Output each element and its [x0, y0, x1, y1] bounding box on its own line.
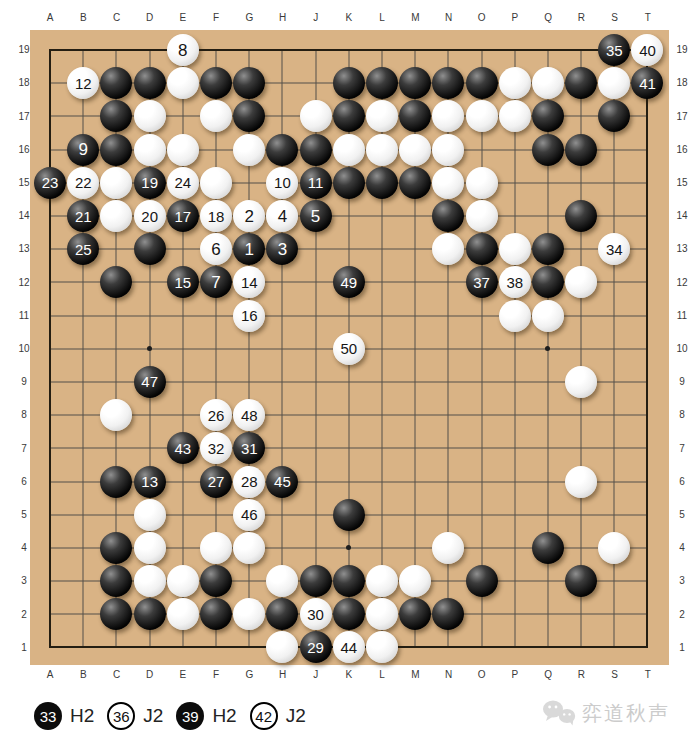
board-intersection-C10: [100, 332, 133, 365]
board-intersection-D8: [133, 399, 166, 432]
black-stone-B13: 25: [67, 233, 99, 265]
board-intersection-K15: [332, 166, 365, 199]
black-stone-K3: [333, 565, 365, 597]
board-intersection-L12: [365, 266, 398, 299]
move-number: 5: [311, 208, 320, 225]
coord-label-left-10: 10: [12, 344, 36, 354]
board-intersection-C18: [100, 67, 133, 100]
move-number: 8: [178, 42, 187, 59]
board-intersection-O12: 37: [465, 266, 498, 299]
board-intersection-B3: [67, 565, 100, 598]
move-number: 2: [244, 208, 253, 225]
move-number: 17: [175, 209, 192, 224]
board-intersection-S13: 34: [598, 233, 631, 266]
move-number: 50: [340, 341, 357, 356]
board-intersection-D2: [133, 598, 166, 631]
coord-label-bottom-L: L: [372, 670, 392, 680]
board-intersection-J6: [299, 465, 332, 498]
black-stone-F18: [200, 67, 232, 99]
coord-label-top-T: T: [638, 13, 658, 23]
board-intersection-L5: [365, 498, 398, 531]
coord-label-right-6: 6: [670, 477, 694, 487]
move-number: 16: [241, 308, 258, 323]
board-intersection-G11: 16: [233, 299, 266, 332]
black-stone-T18: 41: [631, 67, 663, 99]
coord-label-top-G: G: [239, 13, 259, 23]
white-stone-F15: [200, 167, 232, 199]
coord-label-top-H: H: [273, 13, 293, 23]
board-intersection-L18: [365, 67, 398, 100]
coord-label-bottom-P: P: [505, 670, 525, 680]
caption-white-stone-42: 42: [250, 702, 278, 730]
black-stone-G17: [233, 100, 265, 132]
board-intersection-A8: [34, 399, 67, 432]
coord-label-right-1: 1: [670, 643, 694, 653]
board-intersection-Q7: [531, 432, 564, 465]
coord-label-top-K: K: [339, 13, 359, 23]
black-stone-G13: 1: [233, 233, 265, 265]
board-intersection-G19: [233, 34, 266, 67]
white-stone-S18: [598, 67, 630, 99]
white-stone-E18: [167, 67, 199, 99]
coord-label-bottom-F: F: [206, 670, 226, 680]
black-stone-D6: 13: [134, 466, 166, 498]
board-intersection-F16: [199, 133, 232, 166]
board-intersection-J15: 11: [299, 166, 332, 199]
board-intersection-L10: [365, 332, 398, 365]
board-intersection-H6: 45: [266, 465, 299, 498]
board-intersection-B6: [67, 465, 100, 498]
star-point-Q10: [545, 346, 550, 351]
board-intersection-P14: [498, 199, 531, 232]
board-intersection-D13: [133, 233, 166, 266]
black-stone-R16: [565, 134, 597, 166]
white-stone-F17: [200, 100, 232, 132]
board-intersection-H10: [266, 332, 299, 365]
board-intersection-E5: [166, 498, 199, 531]
board-intersection-F5: [199, 498, 232, 531]
board-intersection-P5: [498, 498, 531, 531]
black-stone-K12: 49: [333, 266, 365, 298]
board-intersection-E7: 43: [166, 432, 199, 465]
board-intersection-N13: [432, 233, 465, 266]
board-intersection-A18: [34, 67, 67, 100]
coord-label-bottom-K: K: [339, 670, 359, 680]
board-intersection-L1: [365, 631, 398, 664]
white-stone-G6: 28: [233, 466, 265, 498]
white-stone-P17: [499, 100, 531, 132]
board-intersection-J13: [299, 233, 332, 266]
board-intersection-R7: [565, 432, 598, 465]
board-intersection-E12: 15: [166, 266, 199, 299]
board-intersection-T6: [631, 465, 664, 498]
board-intersection-S6: [598, 465, 631, 498]
move-number: 47: [141, 374, 158, 389]
white-stone-D17: [134, 100, 166, 132]
board-intersection-R19: [565, 34, 598, 67]
black-stone-D15: 19: [134, 167, 166, 199]
board-intersection-M2: [399, 598, 432, 631]
board-intersection-G10: [233, 332, 266, 365]
board-intersection-N5: [432, 498, 465, 531]
board-intersection-M11: [399, 299, 432, 332]
white-stone-H14: 4: [266, 200, 298, 232]
go-board: 8354012419232219241011212017182452561334…: [30, 30, 669, 665]
board-intersection-S12: [598, 266, 631, 299]
board-intersection-G15: [233, 166, 266, 199]
white-stone-N17: [432, 100, 464, 132]
coord-label-left-14: 14: [12, 211, 36, 221]
coord-label-top-Q: Q: [538, 13, 558, 23]
black-stone-K15: [333, 167, 365, 199]
board-intersection-G18: [233, 67, 266, 100]
black-stone-Q17: [532, 100, 564, 132]
board-intersection-R1: [565, 631, 598, 664]
board-intersection-D16: [133, 133, 166, 166]
board-intersection-D19: [133, 34, 166, 67]
board-intersection-G14: 2: [233, 199, 266, 232]
coord-label-right-5: 5: [670, 510, 694, 520]
board-intersection-J14: 5: [299, 199, 332, 232]
coord-label-top-E: E: [173, 13, 193, 23]
board-intersection-C5: [100, 498, 133, 531]
board-intersection-Q17: [531, 100, 564, 133]
coord-label-left-17: 17: [12, 112, 36, 122]
board-intersection-G2: [233, 598, 266, 631]
board-intersection-Q15: [531, 166, 564, 199]
board-intersection-A13: [34, 233, 67, 266]
board-intersection-R9: [565, 365, 598, 398]
board-intersection-O7: [465, 432, 498, 465]
board-intersection-O14: [465, 199, 498, 232]
move-number: 15: [175, 275, 192, 290]
board-intersection-C8: [100, 399, 133, 432]
black-stone-K2: [333, 598, 365, 630]
board-intersection-F15: [199, 166, 232, 199]
board-intersection-C15: [100, 166, 133, 199]
board-intersection-J3: [299, 565, 332, 598]
board-intersection-A9: [34, 365, 67, 398]
board-intersection-R18: [565, 67, 598, 100]
white-stone-G4: [233, 532, 265, 564]
board-intersection-O16: [465, 133, 498, 166]
board-intersection-C6: [100, 465, 133, 498]
coord-label-bottom-B: B: [73, 670, 93, 680]
coord-label-bottom-R: R: [571, 670, 591, 680]
white-stone-K16: [333, 134, 365, 166]
coord-label-right-16: 16: [670, 145, 694, 155]
board-intersection-C14: [100, 199, 133, 232]
white-stone-F13: 6: [200, 233, 232, 265]
board-intersection-D11: [133, 299, 166, 332]
board-intersection-S17: [598, 100, 631, 133]
board-intersection-T9: [631, 365, 664, 398]
board-intersection-B9: [67, 365, 100, 398]
board-intersection-N8: [432, 399, 465, 432]
board-intersection-H9: [266, 365, 299, 398]
board-intersection-A16: [34, 133, 67, 166]
black-stone-J16: [300, 134, 332, 166]
black-stone-E14: 17: [167, 200, 199, 232]
board-intersection-F7: 32: [199, 432, 232, 465]
black-stone-F6: 27: [200, 466, 232, 498]
black-stone-B16: 9: [67, 134, 99, 166]
board-intersection-M6: [399, 465, 432, 498]
board-intersection-O5: [465, 498, 498, 531]
board-intersection-B2: [67, 598, 100, 631]
board-intersection-O17: [465, 100, 498, 133]
white-stone-L1: [366, 631, 398, 663]
board-intersection-K9: [332, 365, 365, 398]
board-intersection-E13: [166, 233, 199, 266]
board-intersection-M9: [399, 365, 432, 398]
board-intersection-Q13: [531, 233, 564, 266]
black-stone-C2: [100, 598, 132, 630]
board-intersection-H4: [266, 531, 299, 564]
board-intersection-E11: [166, 299, 199, 332]
board-intersection-M17: [399, 100, 432, 133]
board-intersection-P16: [498, 133, 531, 166]
board-intersection-L8: [365, 399, 398, 432]
board-intersection-L15: [365, 166, 398, 199]
board-intersection-N14: [432, 199, 465, 232]
board-intersection-R10: [565, 332, 598, 365]
board-intersection-S8: [598, 399, 631, 432]
board-intersection-P10: [498, 332, 531, 365]
coord-label-right-10: 10: [670, 344, 694, 354]
move-number: 19: [141, 175, 158, 190]
board-intersection-C11: [100, 299, 133, 332]
wechat-chat-bubbles-icon: [541, 698, 577, 728]
board-intersection-T19: 40: [631, 34, 664, 67]
board-intersection-A10: [34, 332, 67, 365]
board-intersection-Q1: [531, 631, 564, 664]
move-number: 18: [208, 209, 225, 224]
board-intersection-H12: [266, 266, 299, 299]
board-intersection-M1: [399, 631, 432, 664]
board-intersection-J10: [299, 332, 332, 365]
black-stone-H16: [266, 134, 298, 166]
black-stone-C17: [100, 100, 132, 132]
board-intersection-T8: [631, 399, 664, 432]
white-stone-R12: [565, 266, 597, 298]
board-intersection-A3: [34, 565, 67, 598]
board-intersection-H17: [266, 100, 299, 133]
board-intersection-M12: [399, 266, 432, 299]
board-intersection-K18: [332, 67, 365, 100]
move-number: 45: [274, 474, 291, 489]
board-intersection-R4: [565, 531, 598, 564]
board-intersection-K19: [332, 34, 365, 67]
board-intersection-K1: 44: [332, 631, 365, 664]
board-intersection-T14: [631, 199, 664, 232]
board-intersection-A7: [34, 432, 67, 465]
board-intersection-G12: 14: [233, 266, 266, 299]
board-intersection-T16: [631, 133, 664, 166]
board-intersection-H3: [266, 565, 299, 598]
board-intersection-M13: [399, 233, 432, 266]
board-intersection-E14: 17: [166, 199, 199, 232]
coord-label-bottom-G: G: [239, 670, 259, 680]
board-intersection-K13: [332, 233, 365, 266]
board-intersection-O10: [465, 332, 498, 365]
board-intersection-L4: [365, 531, 398, 564]
white-stone-S13: 34: [598, 233, 630, 265]
star-point-K4: [346, 545, 351, 550]
black-stone-H6: 45: [266, 466, 298, 498]
white-stone-E16: [167, 134, 199, 166]
board-intersection-P9: [498, 365, 531, 398]
board-intersection-T7: [631, 432, 664, 465]
board-intersection-C4: [100, 531, 133, 564]
black-stone-M15: [399, 167, 431, 199]
board-intersection-P17: [498, 100, 531, 133]
white-stone-M16: [399, 134, 431, 166]
move-number: 28: [241, 474, 258, 489]
coord-label-bottom-C: C: [107, 670, 127, 680]
board-intersection-L14: [365, 199, 398, 232]
board-intersection-F14: 18: [199, 199, 232, 232]
board-intersection-G9: [233, 365, 266, 398]
board-intersection-A1: [34, 631, 67, 664]
move-number: 20: [141, 209, 158, 224]
coord-label-left-16: 16: [12, 145, 36, 155]
white-stone-G16: [233, 134, 265, 166]
white-stone-E2: [167, 598, 199, 630]
board-intersection-S9: [598, 365, 631, 398]
board-intersection-T17: [631, 100, 664, 133]
white-stone-G14: 2: [233, 200, 265, 232]
watermark-text: 弈道秋声: [582, 700, 670, 727]
caption-black-stone-33: 33: [34, 702, 62, 730]
board-intersection-B14: 21: [67, 199, 100, 232]
board-intersection-R8: [565, 399, 598, 432]
white-stone-C15: [100, 167, 132, 199]
board-intersection-B17: [67, 100, 100, 133]
board-intersection-T13: [631, 233, 664, 266]
white-stone-L16: [366, 134, 398, 166]
white-stone-F14: 18: [200, 200, 232, 232]
board-intersection-B13: 25: [67, 233, 100, 266]
board-intersection-M19: [399, 34, 432, 67]
coord-label-right-18: 18: [670, 78, 694, 88]
black-stone-R14: [565, 200, 597, 232]
board-intersection-M15: [399, 166, 432, 199]
board-intersection-O8: [465, 399, 498, 432]
board-intersection-N9: [432, 365, 465, 398]
white-stone-R6: [565, 466, 597, 498]
board-intersection-C12: [100, 266, 133, 299]
white-stone-L3: [366, 565, 398, 597]
move-number: 31: [241, 441, 258, 456]
coord-label-right-12: 12: [670, 278, 694, 288]
coord-label-top-D: D: [140, 13, 160, 23]
board-intersection-K7: [332, 432, 365, 465]
board-intersection-A4: [34, 531, 67, 564]
coord-label-right-4: 4: [670, 543, 694, 553]
white-stone-O14: [466, 200, 498, 232]
coord-label-bottom-S: S: [605, 670, 625, 680]
board-intersection-L9: [365, 365, 398, 398]
coord-label-bottom-T: T: [638, 670, 658, 680]
board-intersection-O13: [465, 233, 498, 266]
board-intersection-M4: [399, 531, 432, 564]
white-stone-C14: [100, 200, 132, 232]
move-number: 29: [307, 640, 324, 655]
board-intersection-D6: 13: [133, 465, 166, 498]
white-stone-T19: 40: [631, 34, 663, 66]
black-stone-G7: 31: [233, 432, 265, 464]
board-intersection-R13: [565, 233, 598, 266]
white-stone-N13: [432, 233, 464, 265]
board-intersection-E9: [166, 365, 199, 398]
coord-label-top-N: N: [439, 13, 459, 23]
board-intersection-F19: [199, 34, 232, 67]
white-stone-O17: [466, 100, 498, 132]
board-intersection-O11: [465, 299, 498, 332]
coord-label-left-11: 11: [12, 311, 36, 321]
move-number: 26: [208, 408, 225, 423]
board-intersection-P15: [498, 166, 531, 199]
move-number: 37: [473, 275, 490, 290]
black-stone-L18: [366, 67, 398, 99]
black-stone-O18: [466, 67, 498, 99]
coord-label-bottom-Q: Q: [538, 670, 558, 680]
board-intersection-L19: [365, 34, 398, 67]
board-intersection-N16: [432, 133, 465, 166]
coord-label-bottom-D: D: [140, 670, 160, 680]
coord-label-bottom-N: N: [439, 670, 459, 680]
board-intersection-G7: 31: [233, 432, 266, 465]
board-intersection-B16: 9: [67, 133, 100, 166]
board-intersection-M5: [399, 498, 432, 531]
move-number: 40: [639, 43, 656, 58]
coord-label-left-2: 2: [12, 610, 36, 620]
board-intersection-K5: [332, 498, 365, 531]
black-stone-J1: 29: [300, 631, 332, 663]
white-stone-H1: [266, 631, 298, 663]
board-intersection-H11: [266, 299, 299, 332]
black-stone-N2: [432, 598, 464, 630]
board-intersection-G17: [233, 100, 266, 133]
move-number: 32: [208, 441, 225, 456]
board-intersection-E2: [166, 598, 199, 631]
board-intersection-Q14: [531, 199, 564, 232]
black-stone-R3: [565, 565, 597, 597]
caption-coord-42: J2: [286, 705, 306, 727]
black-stone-C3: [100, 565, 132, 597]
board-intersection-B7: [67, 432, 100, 465]
white-stone-G8: 48: [233, 399, 265, 431]
board-intersection-O19: [465, 34, 498, 67]
board-intersection-D18: [133, 67, 166, 100]
board-intersection-F4: [199, 531, 232, 564]
board-intersection-D4: [133, 531, 166, 564]
coord-label-top-B: B: [73, 13, 93, 23]
move-number: 4: [278, 208, 287, 225]
board-intersection-E19: 8: [166, 34, 199, 67]
board-intersection-J16: [299, 133, 332, 166]
board-intersection-A5: [34, 498, 67, 531]
board-intersection-J17: [299, 100, 332, 133]
board-intersection-N18: [432, 67, 465, 100]
black-stone-S17: [598, 100, 630, 132]
board-intersection-G4: [233, 531, 266, 564]
board-intersection-F18: [199, 67, 232, 100]
board-intersection-R14: [565, 199, 598, 232]
black-stone-C6: [100, 466, 132, 498]
black-stone-B14: 21: [67, 200, 99, 232]
